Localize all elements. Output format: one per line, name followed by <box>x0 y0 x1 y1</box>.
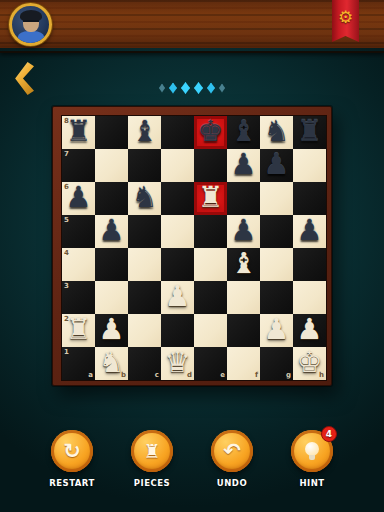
square-g6[interactable] <box>260 182 293 215</box>
progress-diamond-icon <box>181 82 190 94</box>
piece-white-rook[interactable]: ♜ <box>198 183 224 212</box>
square-f8[interactable]: ♝ <box>227 116 260 149</box>
undo-button-circle[interactable]: ↶ <box>211 430 253 472</box>
square-g5[interactable] <box>260 215 293 248</box>
progress-diamond-icon <box>194 82 203 94</box>
square-h6[interactable] <box>293 182 326 215</box>
undo-label: UNDO <box>217 478 247 488</box>
piece-white-rook[interactable]: ♜ <box>66 315 92 344</box>
restart-label: RESTART <box>49 478 95 488</box>
square-d3[interactable]: ♟ <box>161 281 194 314</box>
square-c8[interactable]: ♝ <box>128 116 161 149</box>
square-e4[interactable] <box>194 248 227 281</box>
settings-ribbon[interactable]: ⚙ <box>332 0 359 42</box>
rook-piece-icon: ♜ <box>143 440 160 462</box>
file-label-g: g <box>286 372 291 379</box>
piece-white-pawn[interactable]: ♟ <box>99 315 125 344</box>
file-label-e: e <box>220 372 225 379</box>
piece-black-pawn[interactable]: ♟ <box>264 150 290 179</box>
square-a2[interactable]: 2♜ <box>62 314 95 347</box>
rank-label-8: 8 <box>64 118 69 125</box>
piece-white-pawn[interactable]: ♟ <box>297 315 323 344</box>
square-b6[interactable] <box>95 182 128 215</box>
avatar-glasses <box>23 20 39 24</box>
square-h1[interactable]: h♚ <box>293 347 326 380</box>
file-label-h: h <box>319 372 324 379</box>
restart-button[interactable]: ↻ RESTART <box>51 430 93 488</box>
square-a8[interactable]: 8♜ <box>62 116 95 149</box>
undo-button[interactable]: ↶ UNDO <box>211 430 253 488</box>
piece-black-knight[interactable]: ♞ <box>132 183 158 212</box>
piece-white-bishop[interactable]: ♝ <box>231 249 257 278</box>
square-c7[interactable] <box>128 149 161 182</box>
hint-button-circle[interactable]: 4 <box>291 430 333 472</box>
square-d6[interactable] <box>161 182 194 215</box>
chess-board[interactable]: 8♜♝♚♝♞♜7♟♟6♟♞♜5♟♟♟4♝3♟2♜♟♟♟1ab♞cd♛efgh♚ <box>61 115 327 381</box>
rank-label-4: 4 <box>64 250 69 257</box>
file-label-a: a <box>88 372 93 379</box>
square-f7[interactable]: ♟ <box>227 149 260 182</box>
progress-diamond-icon <box>219 84 225 93</box>
file-label-d: d <box>187 372 192 379</box>
file-label-c: c <box>155 372 159 379</box>
progress-diamond-icon <box>159 84 165 93</box>
square-a7[interactable]: 7 <box>62 149 95 182</box>
rank-label-7: 7 <box>64 151 69 158</box>
pieces-label: PIECES <box>134 478 170 488</box>
square-h3[interactable] <box>293 281 326 314</box>
square-b8[interactable] <box>95 116 128 149</box>
square-b2[interactable]: ♟ <box>95 314 128 347</box>
piece-white-pawn[interactable]: ♟ <box>165 282 191 311</box>
square-f5[interactable]: ♟ <box>227 215 260 248</box>
restart-button-circle[interactable]: ↻ <box>51 430 93 472</box>
square-d7[interactable] <box>161 149 194 182</box>
piece-black-pawn[interactable]: ♟ <box>66 183 92 212</box>
piece-black-knight[interactable]: ♞ <box>264 117 290 146</box>
rank-label-6: 6 <box>64 184 69 191</box>
square-h2[interactable]: ♟ <box>293 314 326 347</box>
square-b4[interactable] <box>95 248 128 281</box>
app-screen: ⚙ 8♜♝♚♝♞♜7♟♟6♟♞♜5♟♟♟4♝3♟2♜♟♟♟1ab♞cd♛efgh… <box>0 0 384 512</box>
square-h5[interactable]: ♟ <box>293 215 326 248</box>
square-e2[interactable] <box>194 314 227 347</box>
hint-button[interactable]: 4 HINT <box>291 430 333 488</box>
square-a6[interactable]: 6♟ <box>62 182 95 215</box>
square-b1[interactable]: b♞ <box>95 347 128 380</box>
square-g1[interactable]: g <box>260 347 293 380</box>
square-a1[interactable]: 1a <box>62 347 95 380</box>
square-f6[interactable] <box>227 182 260 215</box>
square-h8[interactable]: ♜ <box>293 116 326 149</box>
square-e6[interactable]: ♜ <box>194 182 227 215</box>
rank-label-3: 3 <box>64 283 69 290</box>
square-d5[interactable] <box>161 215 194 248</box>
square-e8[interactable]: ♚ <box>194 116 227 149</box>
square-g2[interactable]: ♟ <box>260 314 293 347</box>
square-c2[interactable] <box>128 314 161 347</box>
hint-count-badge: 4 <box>321 426 337 442</box>
piece-black-pawn[interactable]: ♟ <box>231 150 257 179</box>
square-b5[interactable]: ♟ <box>95 215 128 248</box>
square-c3[interactable] <box>128 281 161 314</box>
square-d8[interactable] <box>161 116 194 149</box>
restart-circular-arrow-icon: ↻ <box>63 439 81 463</box>
file-label-f: f <box>255 372 258 379</box>
pieces-button[interactable]: ♜ PIECES <box>131 430 173 488</box>
gear-icon[interactable]: ⚙ <box>332 7 359 27</box>
piece-black-pawn[interactable]: ♟ <box>99 216 125 245</box>
piece-black-pawn[interactable]: ♟ <box>297 216 323 245</box>
rank-label-2: 2 <box>64 316 69 323</box>
piece-white-pawn[interactable]: ♟ <box>264 315 290 344</box>
square-h7[interactable] <box>293 149 326 182</box>
rank-label-5: 5 <box>64 217 69 224</box>
square-c6[interactable]: ♞ <box>128 182 161 215</box>
square-b7[interactable] <box>95 149 128 182</box>
top-bar <box>0 0 384 48</box>
square-d4[interactable] <box>161 248 194 281</box>
pieces-button-circle[interactable]: ♜ <box>131 430 173 472</box>
square-a5[interactable]: 5 <box>62 215 95 248</box>
square-e1[interactable]: e <box>194 347 227 380</box>
gold-divider <box>0 47 384 53</box>
progress-diamonds <box>0 82 384 94</box>
square-e3[interactable] <box>194 281 227 314</box>
square-a4[interactable]: 4 <box>62 248 95 281</box>
undo-arrow-icon: ↶ <box>223 439 241 463</box>
square-c4[interactable] <box>128 248 161 281</box>
hint-label: HINT <box>299 478 324 488</box>
piece-black-king[interactable]: ♚ <box>198 117 224 146</box>
square-g7[interactable]: ♟ <box>260 149 293 182</box>
piece-black-rook[interactable]: ♜ <box>66 117 92 146</box>
square-e5[interactable] <box>194 215 227 248</box>
square-d2[interactable] <box>161 314 194 347</box>
square-f4[interactable]: ♝ <box>227 248 260 281</box>
square-f3[interactable] <box>227 281 260 314</box>
square-a3[interactable]: 3 <box>62 281 95 314</box>
chess-board-frame: 8♜♝♚♝♞♜7♟♟6♟♞♜5♟♟♟4♝3♟2♜♟♟♟1ab♞cd♛efgh♚ <box>52 106 332 386</box>
square-e7[interactable] <box>194 149 227 182</box>
avatar-torso <box>18 31 44 45</box>
piece-black-bishop[interactable]: ♝ <box>132 117 158 146</box>
square-b3[interactable] <box>95 281 128 314</box>
file-label-b: b <box>121 372 126 379</box>
player-avatar[interactable] <box>9 3 52 46</box>
piece-black-bishop[interactable]: ♝ <box>231 117 257 146</box>
square-g4[interactable] <box>260 248 293 281</box>
square-g8[interactable]: ♞ <box>260 116 293 149</box>
rank-label-1: 1 <box>64 349 69 356</box>
square-c1[interactable]: c <box>128 347 161 380</box>
square-h4[interactable] <box>293 248 326 281</box>
progress-diamond-icon <box>207 83 215 94</box>
square-d1[interactable]: d♛ <box>161 347 194 380</box>
piece-black-pawn[interactable]: ♟ <box>231 216 257 245</box>
progress-diamond-icon <box>169 83 177 94</box>
square-g3[interactable] <box>260 281 293 314</box>
square-c5[interactable] <box>128 215 161 248</box>
piece-black-rook[interactable]: ♜ <box>297 117 323 146</box>
action-toolbar: ↻ RESTART ♜ PIECES ↶ UNDO 4 HINT <box>0 430 384 488</box>
square-f1[interactable]: f <box>227 347 260 380</box>
lightbulb-icon <box>305 442 319 460</box>
square-f2[interactable] <box>227 314 260 347</box>
